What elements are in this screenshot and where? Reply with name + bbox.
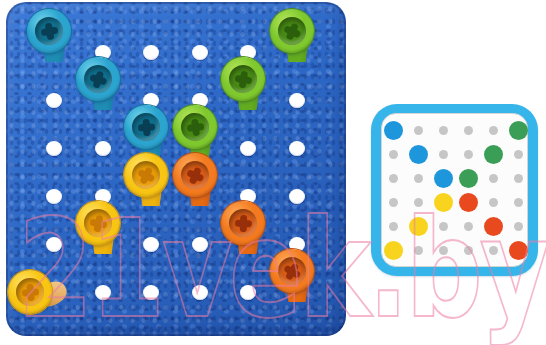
card-dot-green-2-3 bbox=[459, 169, 478, 188]
card-dot-yellow-4-1 bbox=[409, 217, 428, 236]
peg-cap bbox=[124, 105, 168, 149]
card-dot-empty-4-3 bbox=[464, 222, 473, 231]
hole-2-4[interactable] bbox=[240, 141, 256, 156]
peg-cross-hole-icon bbox=[283, 24, 301, 38]
card-dot-empty-2-5 bbox=[514, 174, 523, 183]
pegboard bbox=[6, 2, 346, 336]
peg-recess bbox=[127, 156, 165, 194]
card-dot-empty-0-3 bbox=[464, 126, 473, 135]
peg-cross-hole-icon bbox=[137, 168, 155, 182]
photo-scene: 21vek.by bbox=[0, 0, 546, 345]
card-dot-empty-2-1 bbox=[414, 174, 423, 183]
hole-2-5[interactable] bbox=[289, 141, 305, 156]
card-dot-empty-0-1 bbox=[414, 126, 423, 135]
hole-3-0[interactable] bbox=[46, 189, 62, 204]
hole-4-2[interactable] bbox=[143, 237, 159, 252]
hole-5-1[interactable] bbox=[95, 285, 111, 300]
hole-5-4[interactable] bbox=[240, 285, 256, 300]
peg-cross-hole-icon bbox=[89, 73, 107, 85]
card-dot-empty-4-0 bbox=[389, 222, 398, 231]
hole-5-3[interactable] bbox=[192, 285, 208, 300]
peg-recess bbox=[131, 112, 161, 142]
peg-cross-hole-icon bbox=[89, 218, 107, 228]
hole-4-3[interactable] bbox=[192, 237, 208, 252]
peg-recess bbox=[179, 111, 210, 142]
peg-cap bbox=[270, 9, 314, 53]
hole-3-5[interactable] bbox=[289, 189, 305, 204]
peg-cap bbox=[173, 153, 217, 197]
peg-cross-hole-icon bbox=[234, 74, 252, 84]
peg-recess bbox=[273, 12, 310, 49]
peg-recess bbox=[80, 61, 115, 96]
peg-recess bbox=[273, 252, 311, 290]
hole-2-0[interactable] bbox=[46, 141, 62, 156]
pattern-card bbox=[371, 104, 538, 276]
peg-cross-hole-icon bbox=[186, 122, 204, 131]
hole-1-5[interactable] bbox=[289, 93, 305, 108]
card-dot-orange-5-5 bbox=[509, 241, 528, 260]
peg-cross-hole-icon bbox=[137, 123, 154, 131]
card-dot-empty-2-0 bbox=[389, 174, 398, 183]
peg-cap bbox=[270, 249, 314, 293]
card-dot-empty-5-4 bbox=[489, 246, 498, 255]
peg-recess bbox=[33, 15, 65, 47]
card-dot-blue-0-0 bbox=[384, 121, 403, 140]
card-dot-empty-5-1 bbox=[414, 246, 423, 255]
hole-0-2[interactable] bbox=[143, 45, 159, 60]
peg-cap bbox=[27, 9, 71, 53]
peg-cap bbox=[124, 153, 168, 197]
card-dot-empty-3-5 bbox=[514, 198, 523, 207]
peg-cross-hole-icon bbox=[21, 288, 39, 296]
peg-recess bbox=[82, 207, 115, 240]
card-dot-empty-0-4 bbox=[489, 126, 498, 135]
hole-5-2[interactable] bbox=[143, 285, 159, 300]
card-dot-empty-1-0 bbox=[389, 150, 398, 159]
card-dot-green-1-4 bbox=[484, 145, 503, 164]
card-dot-empty-4-2 bbox=[439, 222, 448, 231]
card-dot-empty-3-1 bbox=[414, 198, 423, 207]
peg-recess bbox=[15, 277, 45, 307]
card-dot-empty-1-2 bbox=[439, 150, 448, 159]
pattern-card-face bbox=[381, 113, 528, 267]
peg-recess bbox=[227, 63, 259, 95]
peg-cap bbox=[221, 201, 265, 245]
card-dot-empty-0-2 bbox=[439, 126, 448, 135]
peg-recess bbox=[229, 209, 258, 238]
card-dot-blue-1-1 bbox=[409, 145, 428, 164]
card-dot-empty-5-3 bbox=[464, 246, 473, 255]
peg-cross-hole-icon bbox=[186, 168, 204, 181]
peg-cap bbox=[173, 105, 217, 149]
card-dot-empty-3-0 bbox=[389, 198, 398, 207]
card-dot-blue-2-2 bbox=[434, 169, 453, 188]
card-dot-yellow-3-2 bbox=[434, 193, 453, 212]
hole-1-0[interactable] bbox=[46, 93, 62, 108]
card-dot-empty-4-5 bbox=[514, 222, 523, 231]
peg-cap bbox=[8, 270, 52, 314]
peg-recess bbox=[177, 157, 214, 194]
card-dot-green-0-5 bbox=[509, 121, 528, 140]
hole-2-1[interactable] bbox=[95, 141, 111, 156]
card-dot-empty-2-4 bbox=[489, 174, 498, 183]
card-dot-orange-4-4 bbox=[484, 217, 503, 236]
peg-cross-hole-icon bbox=[40, 26, 58, 36]
peg-cap bbox=[76, 57, 120, 101]
hole-4-0[interactable] bbox=[46, 237, 62, 252]
card-dot-empty-1-5 bbox=[514, 150, 523, 159]
card-dot-orange-3-3 bbox=[459, 193, 478, 212]
peg-cap bbox=[76, 201, 120, 245]
card-dot-empty-5-2 bbox=[439, 246, 448, 255]
hole-0-3[interactable] bbox=[192, 45, 208, 60]
card-dot-yellow-5-0 bbox=[384, 241, 403, 260]
card-dot-empty-3-4 bbox=[489, 198, 498, 207]
card-dot-empty-1-3 bbox=[464, 150, 473, 159]
peg-cross-hole-icon bbox=[283, 264, 301, 279]
peg-cross-hole-icon bbox=[234, 219, 251, 227]
peg-cap bbox=[221, 57, 265, 101]
